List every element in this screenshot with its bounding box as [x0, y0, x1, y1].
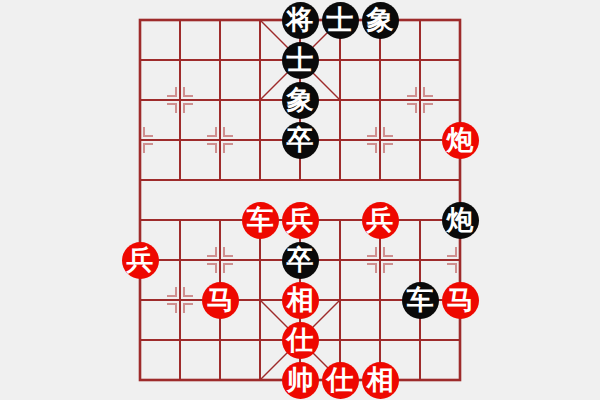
piece-black-advisor[interactable]: 士 [282, 42, 319, 79]
piece-red-chariot[interactable]: 车 [242, 202, 279, 239]
piece-black-elephant[interactable]: 象 [362, 2, 399, 39]
piece-red-horse[interactable]: 马 [202, 282, 239, 319]
piece-red-advisor[interactable]: 仕 [322, 362, 359, 399]
piece-black-general[interactable]: 将 [282, 2, 319, 39]
piece-red-soldier[interactable]: 兵 [282, 202, 319, 239]
piece-red-horse[interactable]: 马 [442, 282, 479, 319]
piece-red-elephant[interactable]: 相 [282, 282, 319, 319]
piece-red-elephant[interactable]: 相 [362, 362, 399, 399]
piece-black-cannon[interactable]: 炮 [442, 202, 479, 239]
piece-black-elephant[interactable]: 象 [282, 82, 319, 119]
piece-red-advisor[interactable]: 仕 [282, 322, 319, 359]
piece-red-soldier[interactable]: 兵 [122, 242, 159, 279]
piece-black-chariot[interactable]: 车 [402, 282, 439, 319]
piece-black-soldier[interactable]: 卒 [282, 122, 319, 159]
piece-red-soldier[interactable]: 兵 [362, 202, 399, 239]
piece-black-soldier[interactable]: 卒 [282, 242, 319, 279]
piece-black-advisor[interactable]: 士 [322, 2, 359, 39]
xiangqi-board: 将士象士象卒炮车兵兵炮兵卒马相车马仕帅仕相 [120, 0, 480, 400]
piece-red-cannon[interactable]: 炮 [442, 122, 479, 159]
xiangqi-screenshot: 将士象士象卒炮车兵兵炮兵卒马相车马仕帅仕相 [0, 0, 600, 400]
piece-red-general[interactable]: 帅 [282, 362, 319, 399]
